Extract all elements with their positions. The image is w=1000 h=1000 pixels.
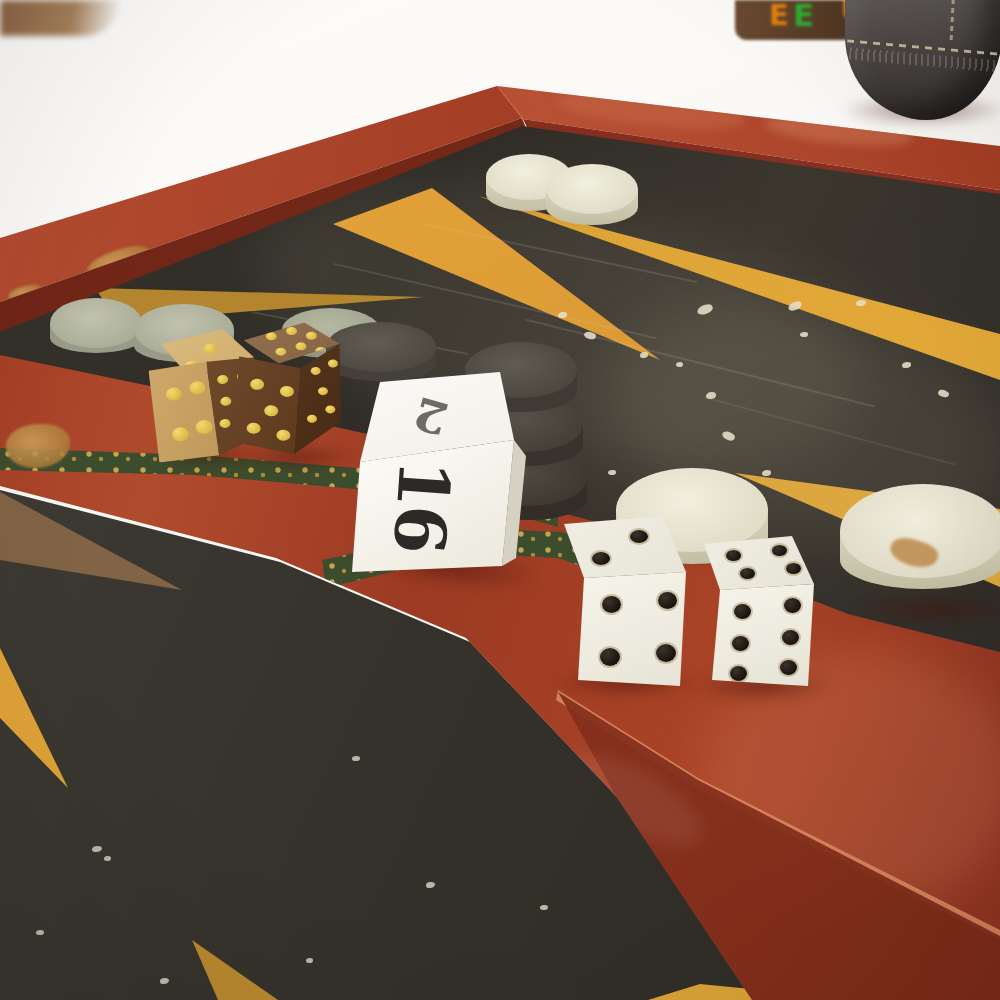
- paint-chip: [352, 756, 360, 761]
- pip: [195, 420, 213, 435]
- pip: [732, 636, 749, 651]
- pip: [734, 604, 751, 619]
- pip: [250, 379, 264, 390]
- pip: [602, 596, 621, 613]
- pip: [328, 359, 338, 367]
- paint-chip: [92, 846, 102, 852]
- pip: [166, 387, 183, 401]
- toy-letter-2: E: [793, 0, 814, 33]
- pip: [786, 563, 801, 574]
- checker-top: [50, 298, 142, 348]
- toy-letter-1: E: [769, 0, 789, 32]
- pip: [306, 332, 317, 340]
- background-wood-corner: [0, 0, 120, 36]
- pip: [656, 644, 676, 662]
- pip: [172, 427, 190, 442]
- paint-chip: [540, 905, 548, 910]
- paint-chip: [426, 882, 435, 888]
- cup-seam: [950, 0, 956, 40]
- pip: [246, 423, 260, 434]
- pip: [600, 648, 620, 666]
- pip: [658, 592, 677, 609]
- pip: [630, 530, 648, 543]
- pip: [730, 666, 747, 681]
- checker-ivory-far-2[interactable]: [546, 164, 638, 230]
- pip: [264, 405, 278, 416]
- pip: [286, 327, 297, 335]
- pip: [276, 430, 290, 441]
- pip: [784, 598, 801, 613]
- pip: [772, 545, 787, 556]
- pip: [780, 660, 797, 675]
- paint-chip: [104, 856, 111, 861]
- pip: [311, 367, 321, 375]
- pip: [266, 332, 277, 340]
- pip: [782, 630, 799, 645]
- wooden-die-dark[interactable]: [225, 314, 354, 464]
- pip: [740, 568, 755, 579]
- paint-chip: [36, 930, 44, 935]
- doubling-cube[interactable]: 2 16: [338, 368, 538, 580]
- pip: [592, 552, 610, 565]
- cube-front-number: 16: [377, 457, 466, 554]
- pip: [307, 415, 317, 423]
- pip: [318, 387, 328, 395]
- paint-chip: [608, 470, 616, 475]
- paint-chip: [160, 978, 169, 984]
- cube-top-number: 2: [408, 387, 454, 446]
- backgammon-photo-scene: E E U: [0, 0, 1000, 1000]
- pip: [189, 381, 206, 395]
- white-die-left[interactable]: [544, 512, 694, 694]
- paint-chip: [306, 958, 313, 963]
- pip: [295, 342, 306, 350]
- pip: [280, 386, 294, 397]
- checker-top: [546, 164, 638, 214]
- pip: [203, 343, 218, 354]
- white-die-right[interactable]: [688, 534, 818, 694]
- checker-sage-1[interactable]: [50, 298, 142, 356]
- pip: [726, 550, 741, 561]
- checker-ivory-right[interactable]: [840, 484, 1000, 592]
- pip: [275, 347, 286, 355]
- pip: [217, 375, 228, 385]
- pip: [325, 405, 335, 413]
